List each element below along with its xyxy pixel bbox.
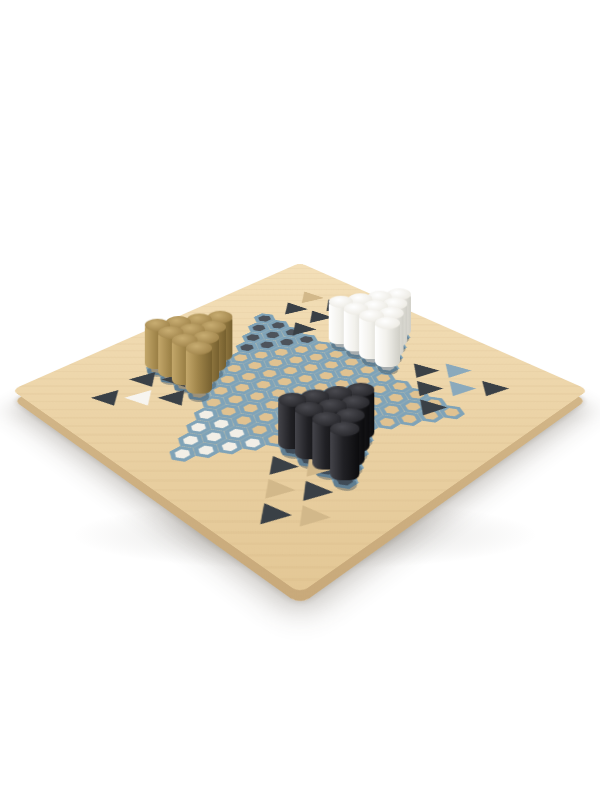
peg-gold[interactable] [186, 342, 212, 394]
board-cell[interactable] [241, 403, 261, 414]
web-hex [164, 443, 201, 465]
triangle-row [417, 381, 511, 396]
board-cell[interactable] [180, 434, 201, 446]
peg-top [330, 422, 359, 437]
game-board [12, 263, 589, 594]
triangle-tan-icon [265, 479, 297, 500]
scene [0, 0, 600, 800]
web-hex [234, 399, 268, 418]
triangle-black-icon [417, 381, 445, 396]
triangle-black-icon [414, 363, 441, 377]
web-hex [189, 405, 224, 424]
triangle-tan-icon [300, 505, 332, 528]
board-cell[interactable] [407, 389, 427, 400]
triangle-blue-icon [450, 381, 479, 396]
web-hex [211, 436, 247, 457]
web-hex [379, 389, 412, 407]
web-hex [196, 427, 232, 448]
web-hex [417, 394, 451, 413]
board-cell[interactable] [188, 421, 209, 433]
board-cell[interactable] [172, 448, 193, 461]
triangle-white-icon [122, 390, 151, 406]
triangle-black-icon [482, 381, 511, 396]
web-hex [219, 423, 254, 443]
board-cell[interactable] [382, 404, 402, 415]
triangle-black-icon [260, 503, 293, 526]
board-cell[interactable] [242, 437, 263, 449]
board-cell[interactable] [424, 398, 444, 409]
triangle-row [89, 390, 185, 406]
board-cell[interactable] [442, 407, 462, 418]
board-cell[interactable] [195, 444, 216, 457]
triangle-black-icon [127, 372, 155, 387]
peg-black[interactable] [330, 422, 359, 481]
triangle-row [420, 399, 517, 415]
web-hex [181, 417, 216, 437]
board-cell[interactable] [226, 427, 247, 439]
triangle-row [265, 479, 334, 503]
web-hex [370, 412, 405, 432]
board-cell[interactable] [377, 416, 397, 428]
web-hex [188, 440, 224, 461]
triangle-black-icon [160, 372, 187, 387]
web-hex [413, 406, 447, 425]
board-cell[interactable] [234, 415, 254, 427]
board-cell[interactable] [256, 411, 276, 422]
triangle-black-icon [89, 390, 119, 406]
web-hex [219, 390, 253, 409]
web-hex [204, 414, 239, 434]
right-corner-decoration [414, 363, 517, 415]
board-cell[interactable] [247, 391, 267, 402]
web-hex [396, 397, 430, 416]
board-cell[interactable] [386, 392, 406, 403]
board-cell[interactable] [211, 418, 232, 430]
web-hex [197, 393, 231, 412]
board-cell[interactable] [403, 401, 423, 412]
web-hex [375, 400, 409, 419]
board-cell[interactable] [249, 424, 270, 436]
triangle-blue-icon [446, 363, 474, 377]
left-corner-decoration [89, 372, 188, 406]
triangle-black-icon [303, 481, 334, 503]
board-cell[interactable] [204, 397, 224, 408]
web-hex [226, 411, 261, 431]
triangle-black-icon [420, 399, 449, 415]
web-hex [235, 433, 271, 454]
web-hex [392, 409, 426, 429]
board-cell[interactable] [399, 413, 419, 425]
web-hex [242, 420, 277, 440]
board-cell[interactable] [203, 431, 224, 443]
product-photo [0, 0, 600, 800]
triangle-row [94, 372, 187, 387]
board-cell[interactable] [196, 409, 216, 420]
triangle-row [260, 503, 331, 528]
web-hex [173, 430, 209, 451]
board-cell[interactable] [219, 440, 240, 452]
board-cell[interactable] [421, 410, 441, 421]
board-cell[interactable] [218, 406, 238, 417]
board-cell[interactable] [226, 394, 246, 405]
web-hex [211, 402, 245, 421]
web-hex [435, 403, 469, 422]
triangle-row [414, 363, 506, 377]
peg-top [186, 342, 212, 355]
triangle-black-icon [156, 390, 184, 406]
